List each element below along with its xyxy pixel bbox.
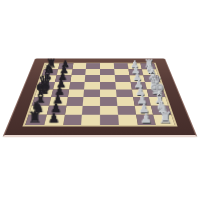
square-f5[interactable] xyxy=(83,97,100,106)
square-d4[interactable] xyxy=(100,82,116,89)
square-g6[interactable] xyxy=(64,106,83,115)
square-f3[interactable] xyxy=(116,97,134,106)
square-g4[interactable] xyxy=(100,106,118,115)
square-h1[interactable]: ♜ xyxy=(153,115,174,125)
square-g3[interactable] xyxy=(117,106,136,115)
square-d3[interactable] xyxy=(115,82,131,89)
square-h7[interactable]: ♟ xyxy=(44,115,64,125)
square-h5[interactable] xyxy=(81,115,100,125)
square-e3[interactable] xyxy=(116,89,133,97)
chess-board: ♜♟♟♜♞♟♟♞♝♟♟♝♛♟♟♛♚♟♟♚♝♟♟♝♞♟♟♞♜♟♟♜ xyxy=(2,59,197,138)
square-e4[interactable] xyxy=(100,89,116,97)
square-d6[interactable] xyxy=(69,82,85,89)
square-c4[interactable] xyxy=(100,75,115,82)
square-c6[interactable] xyxy=(70,75,86,82)
black-pawn-h7[interactable]: ♟ xyxy=(47,112,59,125)
square-h4[interactable] xyxy=(100,115,119,125)
square-f4[interactable] xyxy=(100,97,117,106)
square-f6[interactable] xyxy=(66,97,84,106)
square-c3[interactable] xyxy=(115,75,131,82)
black-rook-h8[interactable]: ♜ xyxy=(28,110,42,125)
square-d5[interactable] xyxy=(84,82,100,89)
white-pawn-h2[interactable]: ♟ xyxy=(141,112,153,125)
square-h3[interactable] xyxy=(118,115,138,125)
white-rook-h1[interactable]: ♜ xyxy=(158,110,172,125)
square-c5[interactable] xyxy=(85,75,100,82)
square-g5[interactable] xyxy=(82,106,100,115)
square-h6[interactable] xyxy=(63,115,83,125)
board-grid: ♜♟♟♜♞♟♟♞♝♟♟♝♛♟♟♛♚♟♟♚♝♟♟♝♞♟♟♞♜♟♟♜ xyxy=(22,63,177,127)
product-photo-scene: ♜♟♟♜♞♟♟♞♝♟♟♝♛♟♟♛♚♟♟♚♝♟♟♝♞♟♟♞♜♟♟♜ xyxy=(0,0,200,200)
square-e5[interactable] xyxy=(84,89,100,97)
square-e6[interactable] xyxy=(67,89,84,97)
board-frame: ♜♟♟♜♞♟♟♞♝♟♟♝♛♟♟♛♚♟♟♚♝♟♟♝♞♟♟♞♜♟♟♜ xyxy=(2,59,197,138)
